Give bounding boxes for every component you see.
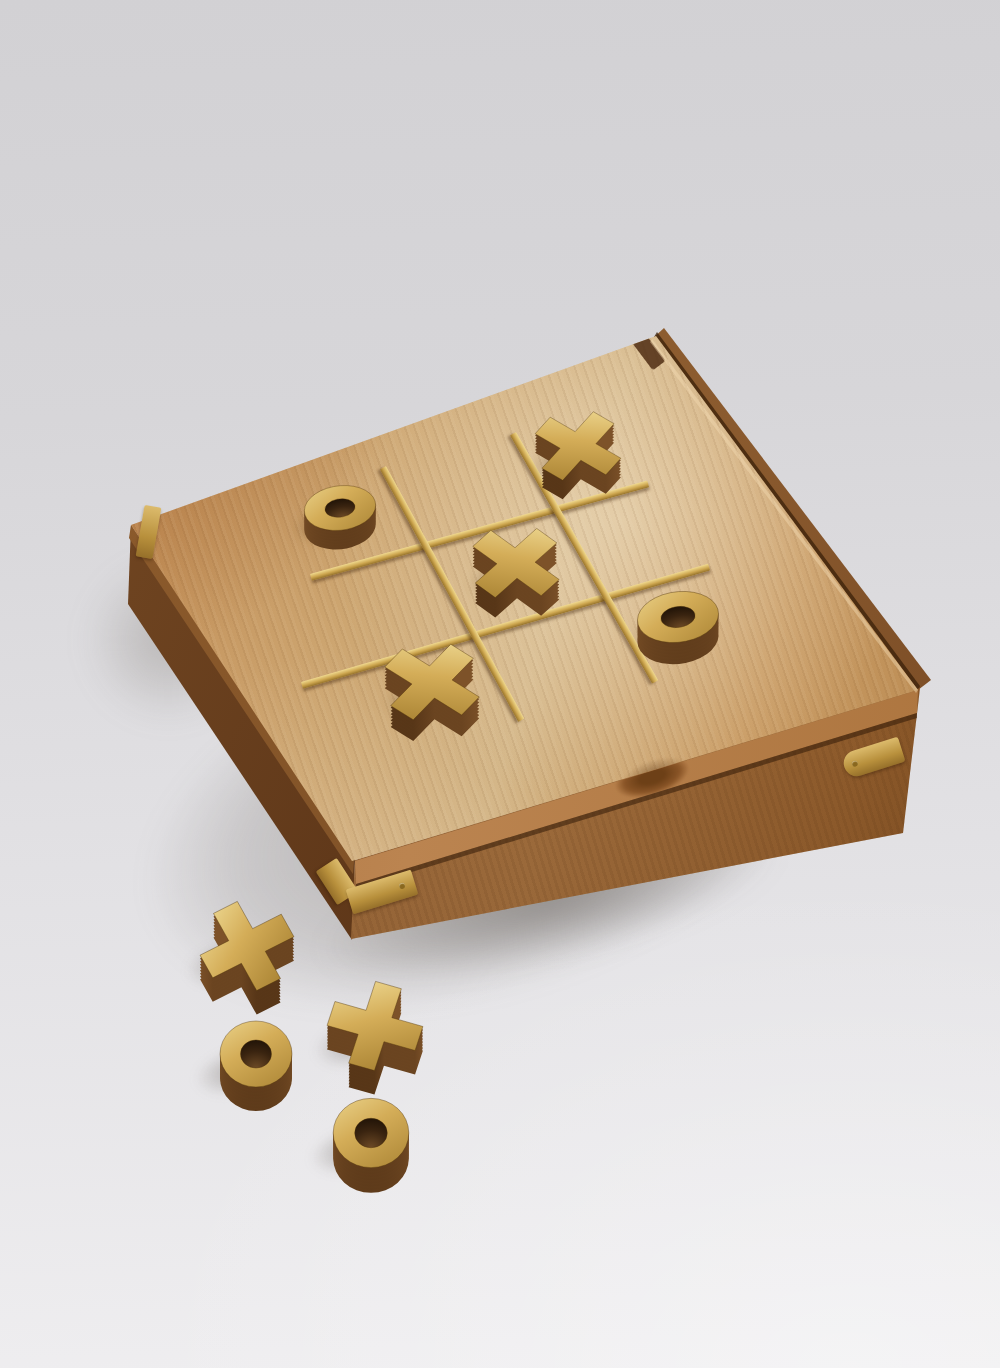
scene	[0, 0, 1000, 1368]
piece-o[interactable]	[631, 580, 725, 654]
piece-x-loose[interactable]	[328, 989, 422, 1063]
piece-x-loose[interactable]	[200, 909, 294, 983]
piece-x[interactable]	[531, 409, 625, 483]
piece-x[interactable]	[469, 526, 563, 600]
cell-r2-c2[interactable]	[631, 580, 725, 654]
piece-o-loose[interactable]	[209, 1017, 303, 1091]
piece-o[interactable]	[293, 471, 387, 545]
loose-piece-slot-0[interactable]	[200, 909, 294, 983]
cell-r0-c2[interactable]	[531, 409, 625, 483]
cell-r2-c1[interactable]	[504, 614, 598, 688]
loose-piece-slot-2[interactable]	[209, 1017, 303, 1091]
cell-r0-c0[interactable]	[293, 471, 387, 545]
cell-r1-c1[interactable]	[469, 526, 563, 600]
piece-x[interactable]	[385, 645, 479, 719]
loose-piece-slot-3[interactable]	[324, 1096, 418, 1170]
piece-o-loose[interactable]	[324, 1096, 418, 1170]
cell-r2-c0[interactable]	[385, 645, 479, 719]
loose-piece-slot-1[interactable]	[328, 989, 422, 1063]
rivet	[851, 760, 859, 768]
rivet	[398, 882, 405, 889]
lid-finger-notch-back[interactable]	[412, 381, 472, 420]
